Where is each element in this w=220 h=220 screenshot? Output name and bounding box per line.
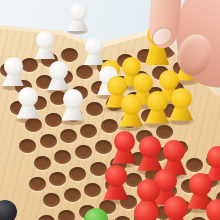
photo-scene	[0, 0, 220, 220]
pieces-layer	[0, 0, 220, 220]
